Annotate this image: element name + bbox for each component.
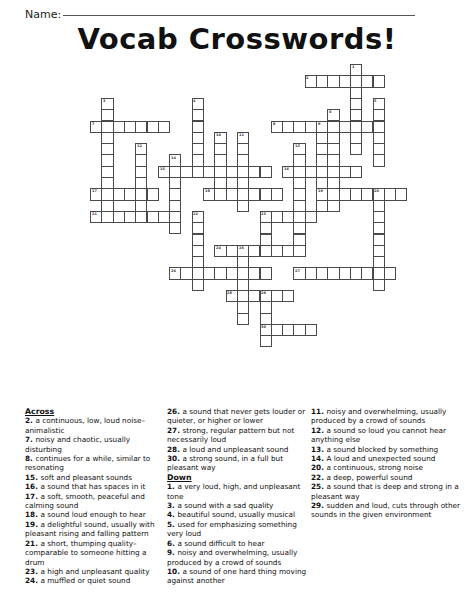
- clue-item-21-across: 21. a short, thumping quality–comparable…: [25, 539, 163, 567]
- grid-cell[interactable]: [395, 188, 407, 200]
- cell-number: 12: [137, 144, 142, 147]
- clue-number: 21.: [25, 539, 40, 548]
- grid-cell[interactable]: [237, 313, 249, 325]
- clue-number: 5.: [167, 520, 177, 529]
- clue-item-1-down: 1. a very loud, high, and unpleasant ton…: [167, 482, 307, 501]
- cell-number: 8: [273, 122, 275, 125]
- clue-text: a loud and unpleasant sound: [182, 445, 288, 454]
- grid-cell[interactable]: [305, 324, 317, 336]
- clue-number: 9.: [167, 548, 177, 557]
- clue-item-5-down: 5. used for emphasizing something very l…: [167, 520, 307, 539]
- grid-cell[interactable]: [350, 143, 362, 155]
- clue-item-25-down: 25. a sound that is deep and strong in a…: [311, 482, 463, 501]
- cell-number: 2: [306, 76, 308, 79]
- clue-text: a sound that never gets louder or quiete…: [167, 407, 305, 425]
- clue-text: sudden and loud, cuts through other soun…: [311, 501, 460, 519]
- grid-cell[interactable]: [271, 188, 283, 200]
- clue-column: 11. noisy and overwhelming, usually prod…: [311, 407, 463, 520]
- clue-number: 19.: [25, 520, 40, 529]
- grid-cell[interactable]: [384, 267, 396, 279]
- clue-text: noisy and overwhelming, usually produced…: [167, 548, 297, 566]
- clue-text: beautiful sound, usually musical: [177, 510, 295, 519]
- grid-cell[interactable]: [327, 200, 339, 212]
- clue-item-18-across: 18. a sound loud enough to hear: [25, 510, 163, 519]
- cell-number: 5: [374, 99, 376, 102]
- clue-number: 10.: [167, 567, 182, 576]
- clue-item-19-across: 19. a delightful sound, usually with ple…: [25, 520, 163, 539]
- clue-item-11-down: 11. noisy and overwhelming, usually prod…: [311, 407, 463, 426]
- clue-item-4-down: 4. beautiful sound, usually musical: [167, 510, 307, 519]
- cell-number: 15: [160, 167, 165, 170]
- grid-cell[interactable]: [192, 279, 204, 291]
- clue-column: Across2. a continuous, low, loud noise–a…: [25, 407, 163, 586]
- cell-number: 6: [329, 110, 331, 113]
- cell-number: 16: [284, 167, 289, 170]
- grid-cell[interactable]: [293, 245, 305, 257]
- clue-text: a sound loud enough to hear: [40, 510, 145, 519]
- clue-text: a sound so loud you cannot hear anything…: [311, 426, 446, 444]
- name-row: Name:: [25, 3, 415, 17]
- clue-text: a delightful sound, usually with pleasan…: [25, 520, 155, 538]
- cell-number: 26: [171, 269, 176, 272]
- clue-text: a very loud, high, and unpleasant tone: [167, 482, 300, 500]
- clue-text: A loud and unexpected sound: [326, 454, 435, 463]
- clue-number: 17.: [25, 492, 40, 501]
- grid-cell[interactable]: [237, 200, 249, 212]
- clue-text: a strong sound, in a full but pleasant w…: [167, 454, 283, 472]
- clue-number: 18.: [25, 510, 40, 519]
- clue-number: 15.: [25, 473, 40, 482]
- clue-number: 12.: [311, 426, 326, 435]
- cell-number: 29: [261, 291, 266, 294]
- grid-cell[interactable]: [373, 75, 385, 87]
- clue-number: 20.: [311, 463, 326, 472]
- clue-item-30-across: 30. a strong sound, in a full but pleasa…: [167, 454, 307, 473]
- clue-number: 14.: [311, 454, 326, 463]
- clue-text: a sound with a sad quality: [177, 501, 273, 510]
- clue-text: a muffled or quiet sound: [40, 576, 130, 585]
- clue-item-9-down: 9. noisy and overwhelming, usually produ…: [167, 548, 307, 567]
- cell-number: 30: [261, 325, 266, 328]
- clue-number: 1.: [167, 482, 177, 491]
- clue-item-13-down: 13. a sound blocked by something: [311, 445, 463, 454]
- clue-number: 30.: [167, 454, 182, 463]
- clue-text: a high and unpleasant quality: [40, 567, 149, 576]
- clue-item-12-down: 12. a sound so loud you cannot hear anyt…: [311, 426, 463, 445]
- clue-number: 16.: [25, 482, 40, 491]
- grid-cell[interactable]: [158, 121, 170, 133]
- cell-number: 20: [374, 189, 379, 192]
- clue-number: 6.: [167, 539, 177, 548]
- clue-column: 26. a sound that never gets louder or qu…: [167, 407, 307, 586]
- cell-number: 7: [92, 122, 94, 125]
- name-label: Name:: [25, 8, 61, 21]
- clue-text: a sound that has spaces in it: [40, 482, 145, 491]
- clue-text: soft and pleasant sounds: [40, 473, 132, 482]
- clue-item-6-down: 6. a sound difficult to hear: [167, 539, 307, 548]
- grid-cell[interactable]: [350, 166, 362, 178]
- cell-number: 22: [193, 212, 198, 215]
- cell-number: 19: [318, 189, 323, 192]
- clue-text: a soft, smooth, peaceful and calming sou…: [25, 492, 145, 510]
- grid-cell[interactable]: [260, 335, 272, 347]
- clue-item-15-across: 15. soft and pleasant sounds: [25, 473, 163, 482]
- clue-text: used for emphasizing something very loud: [167, 520, 297, 538]
- clue-number: 2.: [25, 416, 35, 425]
- clue-item-28-across: 28. a loud and unpleasant sound: [167, 445, 307, 454]
- clue-item-16-across: 16. a sound that has spaces in it: [25, 482, 163, 491]
- cell-number: 4: [193, 99, 195, 102]
- clue-text: a continuous, strong noise: [326, 463, 423, 472]
- clue-item-27-across: 27. strong, regular pattern but not nece…: [167, 426, 307, 445]
- clue-text: a sound that is deep and strong in a ple…: [311, 482, 459, 500]
- clue-text: a continuous, low, loud noise–animalisti…: [25, 416, 145, 434]
- grid-cell[interactable]: [373, 279, 385, 291]
- grid-cell[interactable]: [373, 154, 385, 166]
- clue-number: 26.: [167, 407, 182, 416]
- clue-text: a sound of one hard thing moving against…: [167, 567, 306, 585]
- down-header: Down: [167, 473, 307, 482]
- cell-number: 3: [103, 99, 105, 102]
- cell-number: 1: [352, 65, 354, 68]
- grid-cell[interactable]: [260, 166, 272, 178]
- cell-number: 13: [295, 144, 300, 147]
- clue-number: 8.: [25, 454, 35, 463]
- cell-number: 18: [205, 189, 210, 192]
- across-header: Across: [25, 407, 163, 416]
- worksheet-page: { "game": "crossword", "title": "Vocab C…: [0, 0, 474, 613]
- cell-number: 10: [216, 133, 221, 136]
- clue-number: 25.: [311, 482, 326, 491]
- clue-number: 3.: [167, 501, 177, 510]
- clue-item-14-down: 14. A loud and unexpected sound: [311, 454, 463, 463]
- clue-number: 29.: [311, 501, 326, 510]
- clue-text: strong, regular pattern but not necessar…: [167, 426, 294, 444]
- name-input-line[interactable]: [63, 15, 415, 16]
- clue-text: continues for a while, similar to resona…: [25, 454, 150, 472]
- cell-number: 14: [171, 156, 176, 159]
- clue-text: a deep, powerful sound: [326, 473, 412, 482]
- clue-number: 24.: [25, 576, 40, 585]
- cell-number: 11: [239, 133, 244, 136]
- clue-item-24-across: 24. a muffled or quiet sound: [25, 576, 163, 585]
- clue-number: 27.: [167, 426, 182, 435]
- grid-cell[interactable]: [260, 267, 272, 279]
- clue-number: 7.: [25, 435, 35, 444]
- grid-cell[interactable]: [305, 211, 317, 223]
- clue-item-20-down: 20. a continuous, strong noise: [311, 463, 463, 472]
- clue-item-17-across: 17. a soft, smooth, peaceful and calming…: [25, 492, 163, 511]
- cell-number: 27: [295, 269, 300, 272]
- clue-number: 23.: [25, 567, 40, 576]
- clue-item-8-across: 8. continues for a while, similar to res…: [25, 454, 163, 473]
- clue-text: a short, thumping quality–comparable to …: [25, 539, 146, 567]
- grid-cell[interactable]: [169, 222, 181, 234]
- cell-number: 21: [92, 212, 97, 215]
- cell-number: 9: [318, 122, 320, 125]
- cell-number: 28: [227, 291, 232, 294]
- clue-text: a sound difficult to hear: [177, 539, 264, 548]
- clue-item-2-across: 2. a continuous, low, loud noise–animali…: [25, 416, 163, 435]
- clue-number: 22.: [311, 473, 326, 482]
- cell-number: 25: [239, 246, 244, 249]
- clue-text: a sound blocked by something: [326, 445, 438, 454]
- clue-item-7-across: 7. noisy and chaotic, usually disturbing: [25, 435, 163, 454]
- clue-item-3-down: 3. a sound with a sad quality: [167, 501, 307, 510]
- clue-item-29-down: 29. sudden and loud, cuts through other …: [311, 501, 463, 520]
- crossword-grid: 1234567891011121314151617181920212223242…: [90, 64, 408, 348]
- clue-number: 13.: [311, 445, 326, 454]
- grid-cell[interactable]: [147, 188, 159, 200]
- page-title: Vocab Crosswords!: [0, 22, 474, 56]
- cell-number: 24: [216, 246, 221, 249]
- clue-item-26-across: 26. a sound that never gets louder or qu…: [167, 407, 307, 426]
- clue-text: noisy and overwhelming, usually produced…: [311, 407, 446, 425]
- clue-number: 11.: [311, 407, 326, 416]
- clue-item-10-down: 10. a sound of one hard thing moving aga…: [167, 567, 307, 586]
- cell-number: 17: [92, 189, 97, 192]
- clue-number: 28.: [167, 445, 182, 454]
- clue-number: 4.: [167, 510, 177, 519]
- clue-text: noisy and chaotic, usually disturbing: [25, 435, 130, 453]
- grid-cell[interactable]: [282, 290, 294, 302]
- clue-item-22-down: 22. a deep, powerful sound: [311, 473, 463, 482]
- clue-item-23-across: 23. a high and unpleasant quality: [25, 567, 163, 576]
- cell-number: 23: [261, 212, 266, 215]
